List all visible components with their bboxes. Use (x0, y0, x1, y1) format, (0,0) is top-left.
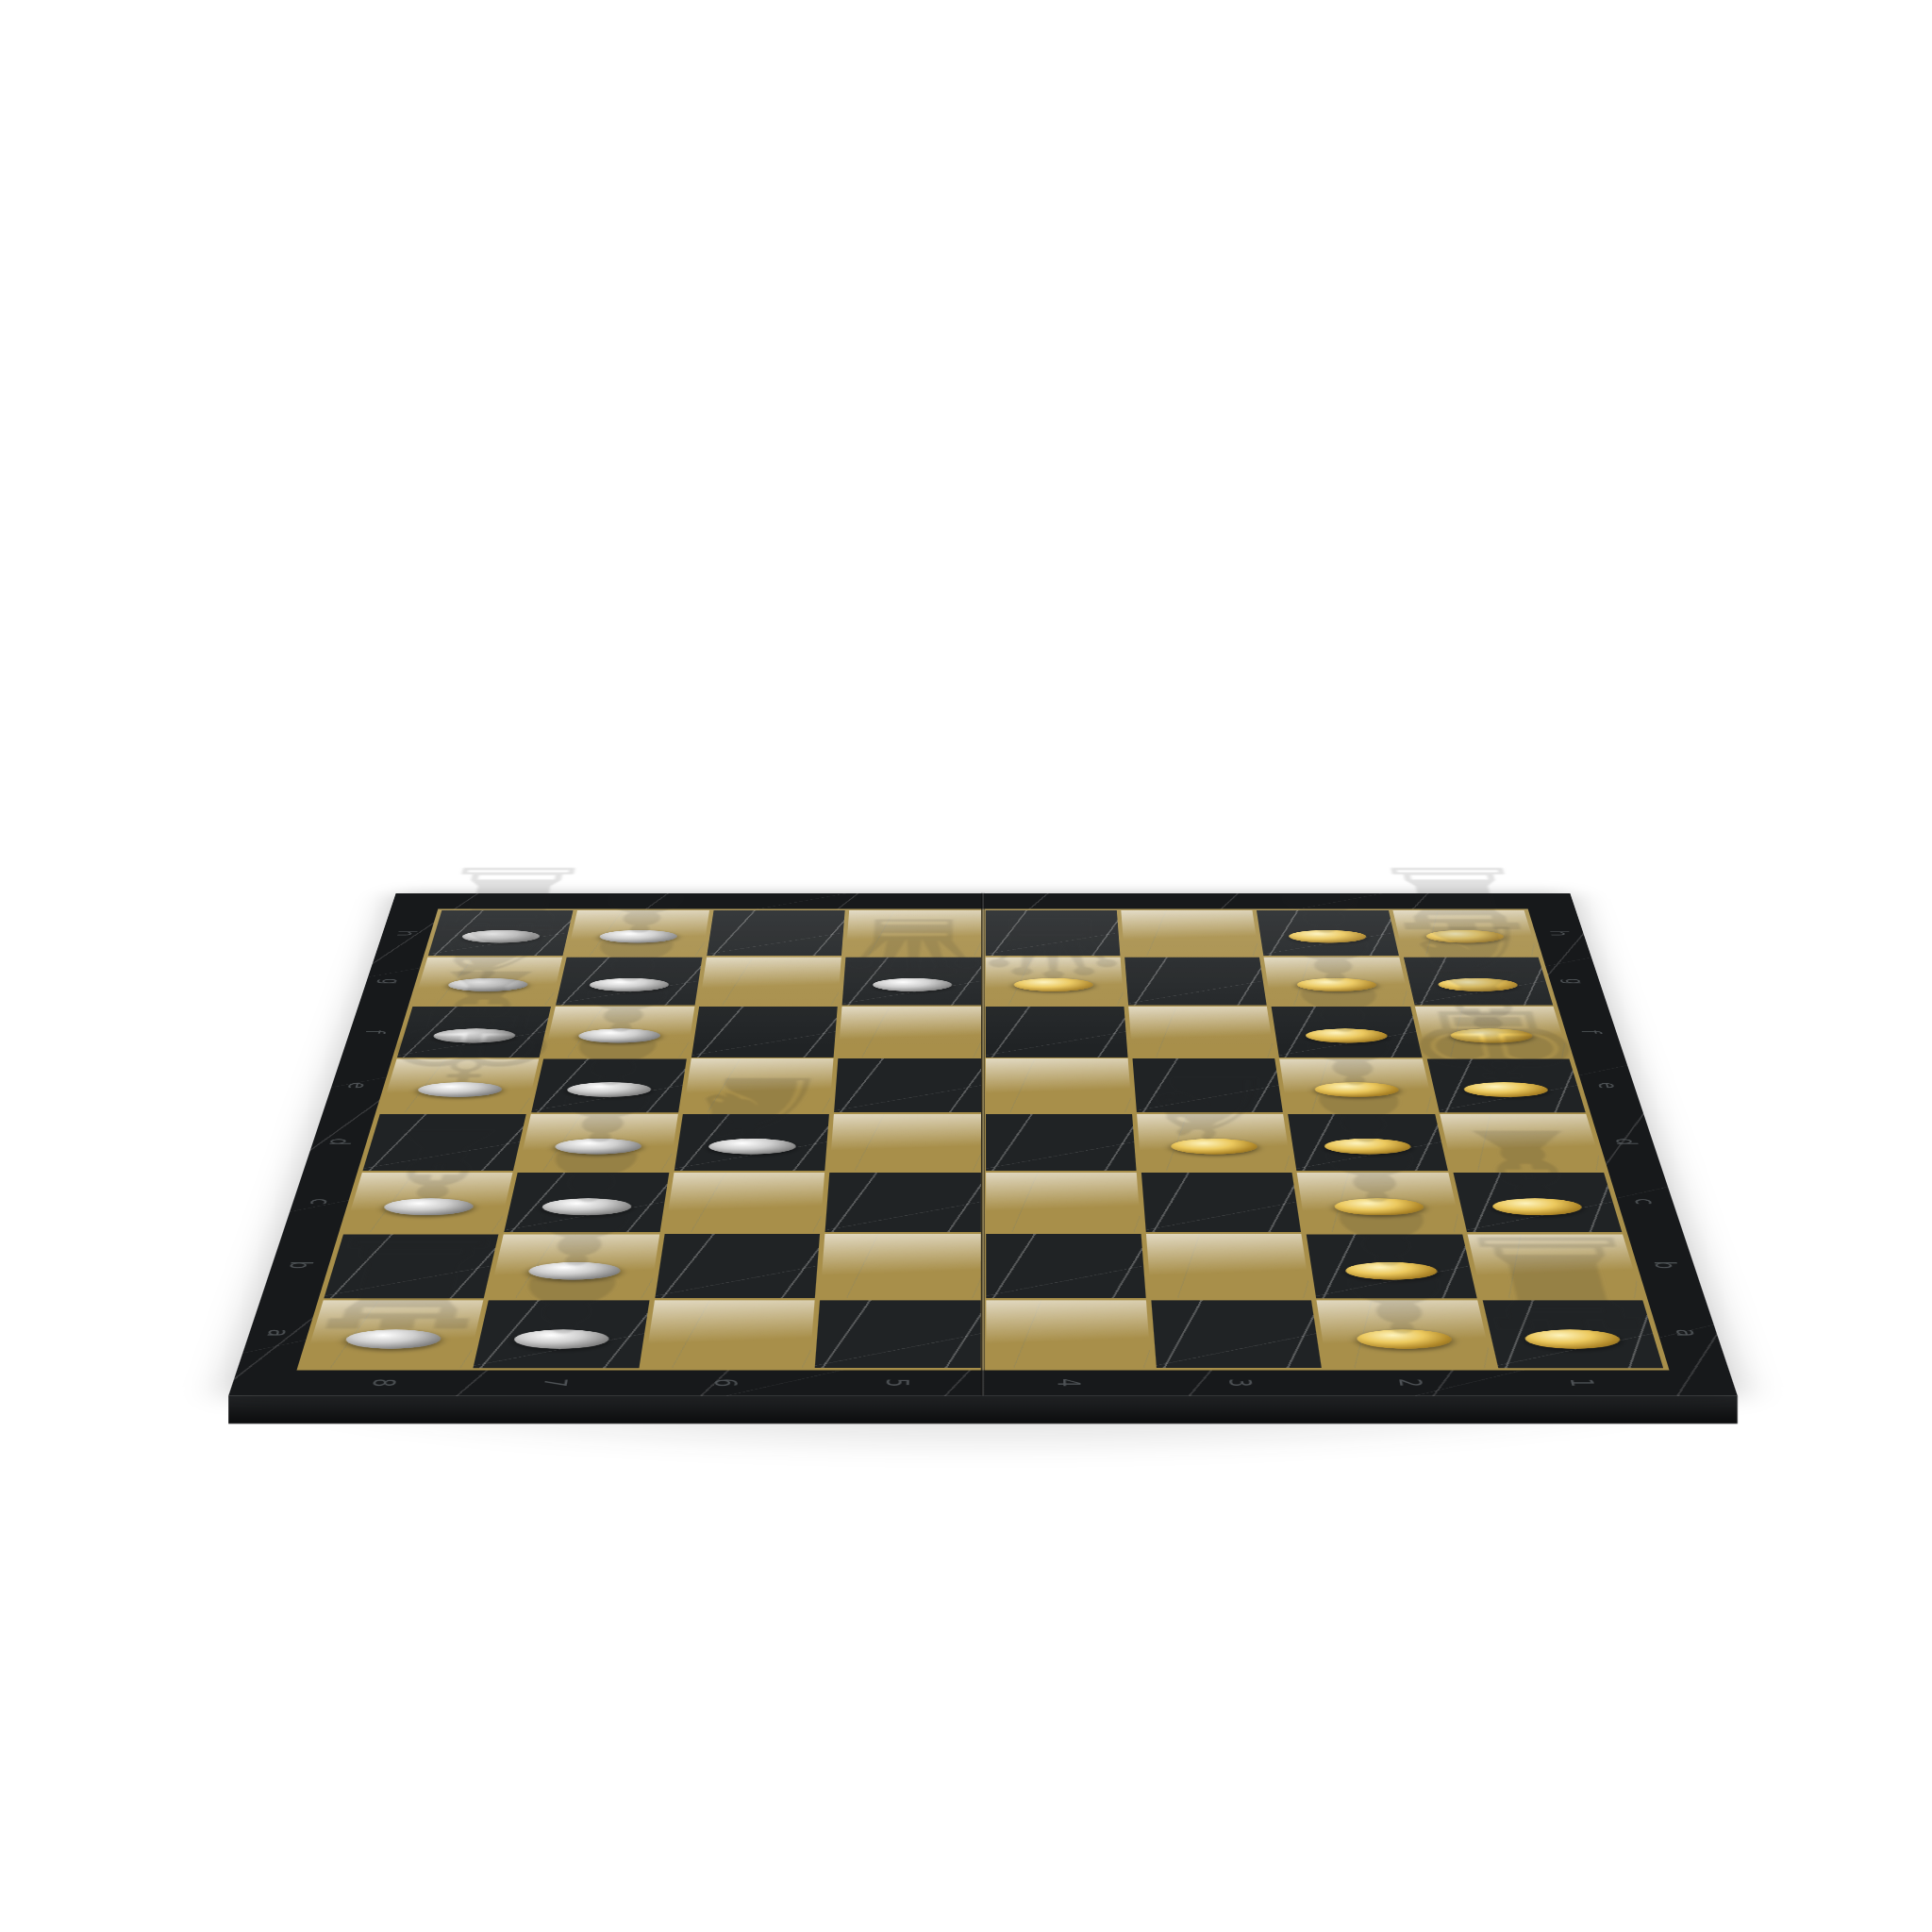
square-b6[interactable] (655, 1234, 820, 1298)
square-a6[interactable] (644, 1300, 815, 1368)
rank-label-3: 3 (1154, 1372, 1327, 1392)
square-b3[interactable] (1146, 1234, 1311, 1298)
square-e4[interactable] (985, 1058, 1131, 1112)
square-a4[interactable] (986, 1300, 1151, 1368)
square-c5[interactable] (825, 1173, 981, 1233)
silver-guard-pawn-a7[interactable]: ♟ (478, 1165, 644, 1341)
guard-pawn-glyph: ♟ (495, 1165, 628, 1341)
rank-label-1: 1 (1494, 1372, 1671, 1392)
gold-camel-knight-d3[interactable]: ♞ (1110, 929, 1317, 1148)
board-front-edge (228, 1396, 1738, 1424)
chess-board: ♜♜♟♟♟♟♜♜♞♞♟♟♛♛♛♛♟♟♞♞♝♝♟♟♟♟♝♝♚♚♟♟♟♟♚♚♟♟♞♞… (228, 893, 1738, 1396)
square-e5[interactable] (834, 1058, 980, 1112)
rank-label-4: 4 (983, 1372, 1155, 1392)
square-b4[interactable] (986, 1234, 1146, 1298)
camel-knight-glyph: ♞ (1131, 929, 1296, 1148)
square-f4[interactable] (985, 1007, 1127, 1058)
rank-label-8: 8 (295, 1372, 472, 1392)
square-a3[interactable] (1151, 1300, 1322, 1368)
silver-camel-knight-d6[interactable]: ♞ (649, 929, 856, 1148)
rank-label-2: 2 (1324, 1372, 1499, 1392)
product-photo-stage: ♜♜♟♟♟♟♜♜♞♞♟♟♛♛♛♛♟♟♞♞♝♝♟♟♟♟♝♝♚♚♟♟♟♟♚♚♟♟♞♞… (0, 0, 1932, 1932)
square-c3[interactable] (1141, 1173, 1302, 1233)
obelisk-rook-glyph: ♜ (279, 1041, 506, 1341)
square-d6[interactable]: ♞♞ (675, 1114, 830, 1171)
square-d3[interactable]: ♞♞ (1137, 1114, 1292, 1171)
square-a2[interactable]: ♟♟ (1317, 1300, 1492, 1368)
rank-label-7: 7 (467, 1372, 642, 1392)
square-a5[interactable] (815, 1300, 980, 1368)
guard-pawn-glyph: ♟ (1339, 1165, 1472, 1341)
perspective-scene: ♜♜♟♟♟♟♜♜♞♞♟♟♛♛♛♛♟♟♞♞♝♝♟♟♟♟♝♝♚♚♟♟♟♟♚♚♟♟♞♞… (323, 453, 1643, 1774)
square-a8[interactable]: ♜♜ (303, 1300, 484, 1368)
square-c6[interactable] (665, 1173, 825, 1233)
square-f5[interactable] (839, 1007, 981, 1058)
square-b5[interactable] (820, 1234, 980, 1298)
rank-label-5: 5 (811, 1372, 983, 1392)
obelisk-rook-glyph: ♜ (1460, 1041, 1687, 1341)
rank-label-6: 6 (639, 1372, 812, 1392)
camel-knight-glyph: ♞ (670, 929, 835, 1148)
square-a7[interactable]: ♟♟ (474, 1300, 649, 1368)
square-c4[interactable] (986, 1173, 1141, 1233)
square-a1[interactable]: ♜♜ (1482, 1300, 1663, 1368)
gold-guard-pawn-a2[interactable]: ♟ (1322, 1165, 1488, 1341)
square-g4[interactable]: ♛♛ (985, 958, 1124, 1006)
